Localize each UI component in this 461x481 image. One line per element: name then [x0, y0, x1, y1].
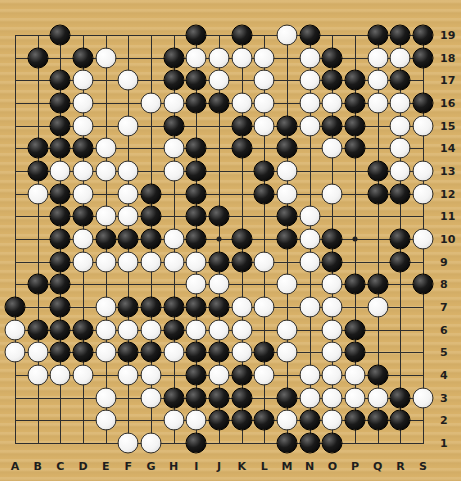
white-stone-D16[interactable]: [73, 93, 94, 114]
white-stone-R15[interactable]: [390, 115, 411, 136]
row-label-2: 2: [440, 414, 448, 427]
black-stone-Q13[interactable]: [367, 161, 388, 182]
white-stone-O4[interactable]: [322, 365, 343, 386]
white-stone-G1[interactable]: [141, 433, 162, 454]
white-stone-F13[interactable]: [118, 161, 139, 182]
black-stone-S18[interactable]: [413, 47, 434, 68]
black-stone-F7[interactable]: [118, 297, 139, 318]
white-stone-Q17[interactable]: [367, 70, 388, 91]
black-stone-C19[interactable]: [50, 25, 71, 46]
black-stone-C10[interactable]: [50, 229, 71, 250]
white-stone-F4[interactable]: [118, 365, 139, 386]
white-stone-N10[interactable]: [299, 229, 320, 250]
white-stone-L7[interactable]: [254, 297, 275, 318]
col-label-S: S: [419, 460, 427, 473]
black-stone-P16[interactable]: [345, 93, 366, 114]
black-stone-K2[interactable]: [231, 410, 252, 431]
black-stone-P6[interactable]: [345, 319, 366, 340]
col-label-C: C: [56, 460, 64, 473]
black-stone-Q4[interactable]: [367, 365, 388, 386]
black-stone-L5[interactable]: [254, 342, 275, 363]
white-stone-O14[interactable]: [322, 138, 343, 159]
black-stone-P14[interactable]: [345, 138, 366, 159]
row-label-10: 10: [440, 233, 455, 246]
white-stone-L18[interactable]: [254, 47, 275, 68]
white-stone-J17[interactable]: [209, 70, 230, 91]
white-stone-H14[interactable]: [163, 138, 184, 159]
black-stone-P8[interactable]: [345, 274, 366, 295]
black-stone-F10[interactable]: [118, 229, 139, 250]
white-stone-O3[interactable]: [322, 387, 343, 408]
white-stone-M19[interactable]: [277, 25, 298, 46]
white-stone-D9[interactable]: [73, 251, 94, 272]
row-label-14: 14: [440, 142, 455, 155]
white-stone-D4[interactable]: [73, 365, 94, 386]
white-stone-J8[interactable]: [209, 274, 230, 295]
white-stone-S10[interactable]: [413, 229, 434, 250]
white-stone-S13[interactable]: [413, 161, 434, 182]
col-label-M: M: [282, 460, 293, 473]
white-stone-N7[interactable]: [299, 297, 320, 318]
black-stone-H17[interactable]: [163, 70, 184, 91]
black-stone-L12[interactable]: [254, 183, 275, 204]
row-label-9: 9: [440, 255, 448, 268]
white-stone-N11[interactable]: [299, 206, 320, 227]
white-stone-A5[interactable]: [5, 342, 26, 363]
black-stone-K15[interactable]: [231, 115, 252, 136]
black-stone-L13[interactable]: [254, 161, 275, 182]
black-stone-G5[interactable]: [141, 342, 162, 363]
col-label-H: H: [169, 460, 178, 473]
white-stone-G4[interactable]: [141, 365, 162, 386]
black-stone-C11[interactable]: [50, 206, 71, 227]
white-stone-L16[interactable]: [254, 93, 275, 114]
white-stone-F6[interactable]: [118, 319, 139, 340]
white-stone-Q18[interactable]: [367, 47, 388, 68]
white-stone-F1[interactable]: [118, 433, 139, 454]
black-stone-K3[interactable]: [231, 387, 252, 408]
black-stone-P5[interactable]: [345, 342, 366, 363]
white-stone-A6[interactable]: [5, 319, 26, 340]
col-label-Q: Q: [373, 460, 382, 473]
black-stone-C6[interactable]: [50, 319, 71, 340]
black-stone-G7[interactable]: [141, 297, 162, 318]
white-stone-M6[interactable]: [277, 319, 298, 340]
black-stone-H3[interactable]: [163, 387, 184, 408]
white-stone-E13[interactable]: [95, 161, 116, 182]
black-stone-N19[interactable]: [299, 25, 320, 46]
white-stone-D10[interactable]: [73, 229, 94, 250]
star-point: [217, 237, 222, 242]
black-stone-R17[interactable]: [390, 70, 411, 91]
black-stone-N2[interactable]: [299, 410, 320, 431]
black-stone-C9[interactable]: [50, 251, 71, 272]
black-stone-Q19[interactable]: [367, 25, 388, 46]
black-stone-E10[interactable]: [95, 229, 116, 250]
white-stone-S15[interactable]: [413, 115, 434, 136]
col-label-F: F: [125, 460, 133, 473]
white-stone-H16[interactable]: [163, 93, 184, 114]
black-stone-I19[interactable]: [186, 25, 207, 46]
black-stone-S8[interactable]: [413, 274, 434, 295]
black-stone-O15[interactable]: [322, 115, 343, 136]
white-stone-E14[interactable]: [95, 138, 116, 159]
white-stone-H10[interactable]: [163, 229, 184, 250]
black-stone-S16[interactable]: [413, 93, 434, 114]
black-stone-D5[interactable]: [73, 342, 94, 363]
black-stone-I5[interactable]: [186, 342, 207, 363]
white-stone-R16[interactable]: [390, 93, 411, 114]
black-stone-O10[interactable]: [322, 229, 343, 250]
white-stone-I6[interactable]: [186, 319, 207, 340]
col-label-E: E: [102, 460, 110, 473]
white-stone-O5[interactable]: [322, 342, 343, 363]
black-stone-D14[interactable]: [73, 138, 94, 159]
black-stone-B14[interactable]: [27, 138, 48, 159]
white-stone-D12[interactable]: [73, 183, 94, 204]
row-label-13: 13: [440, 165, 455, 178]
white-stone-M8[interactable]: [277, 274, 298, 295]
white-stone-H13[interactable]: [163, 161, 184, 182]
white-stone-E6[interactable]: [95, 319, 116, 340]
black-stone-I3[interactable]: [186, 387, 207, 408]
white-stone-O16[interactable]: [322, 93, 343, 114]
row-label-5: 5: [440, 346, 448, 359]
white-stone-I2[interactable]: [186, 410, 207, 431]
white-stone-Q16[interactable]: [367, 93, 388, 114]
row-label-6: 6: [440, 323, 448, 336]
row-label-12: 12: [440, 187, 455, 200]
white-stone-O2[interactable]: [322, 410, 343, 431]
white-stone-N9[interactable]: [299, 251, 320, 272]
black-stone-I4[interactable]: [186, 365, 207, 386]
white-stone-R14[interactable]: [390, 138, 411, 159]
white-stone-N18[interactable]: [299, 47, 320, 68]
col-label-N: N: [305, 460, 314, 473]
white-stone-G3[interactable]: [141, 387, 162, 408]
black-stone-I10[interactable]: [186, 229, 207, 250]
black-stone-C16[interactable]: [50, 93, 71, 114]
white-stone-B4[interactable]: [27, 365, 48, 386]
black-stone-R10[interactable]: [390, 229, 411, 250]
grid-vline: [15, 35, 16, 444]
go-board[interactable]: ABCDEFGHIJKLMNOPQRS191817161514131211109…: [0, 0, 461, 481]
white-stone-N17[interactable]: [299, 70, 320, 91]
black-stone-R3[interactable]: [390, 387, 411, 408]
black-stone-I16[interactable]: [186, 93, 207, 114]
white-stone-E18[interactable]: [95, 47, 116, 68]
black-stone-H6[interactable]: [163, 319, 184, 340]
white-stone-J6[interactable]: [209, 319, 230, 340]
row-label-7: 7: [440, 301, 448, 314]
white-stone-N3[interactable]: [299, 387, 320, 408]
white-stone-Q3[interactable]: [367, 387, 388, 408]
black-stone-M1[interactable]: [277, 433, 298, 454]
black-stone-M14[interactable]: [277, 138, 298, 159]
col-label-K: K: [237, 460, 246, 473]
white-stone-F17[interactable]: [118, 70, 139, 91]
black-stone-I13[interactable]: [186, 161, 207, 182]
black-stone-H15[interactable]: [163, 115, 184, 136]
white-stone-K18[interactable]: [231, 47, 252, 68]
white-stone-O12[interactable]: [322, 183, 343, 204]
col-label-O: O: [328, 460, 337, 473]
white-stone-S3[interactable]: [413, 387, 434, 408]
white-stone-J4[interactable]: [209, 365, 230, 386]
black-stone-M15[interactable]: [277, 115, 298, 136]
col-label-G: G: [147, 460, 156, 473]
white-stone-J18[interactable]: [209, 47, 230, 68]
row-label-17: 17: [440, 74, 455, 87]
black-stone-B13[interactable]: [27, 161, 48, 182]
white-stone-M2[interactable]: [277, 410, 298, 431]
white-stone-K7[interactable]: [231, 297, 252, 318]
white-stone-C13[interactable]: [50, 161, 71, 182]
black-stone-R9[interactable]: [390, 251, 411, 272]
black-stone-J7[interactable]: [209, 297, 230, 318]
white-stone-F9[interactable]: [118, 251, 139, 272]
white-stone-M13[interactable]: [277, 161, 298, 182]
row-label-8: 8: [440, 278, 448, 291]
black-stone-I12[interactable]: [186, 183, 207, 204]
black-stone-I7[interactable]: [186, 297, 207, 318]
black-stone-H7[interactable]: [163, 297, 184, 318]
black-stone-M10[interactable]: [277, 229, 298, 250]
black-stone-O9[interactable]: [322, 251, 343, 272]
black-stone-D18[interactable]: [73, 47, 94, 68]
white-stone-E2[interactable]: [95, 410, 116, 431]
black-stone-P2[interactable]: [345, 410, 366, 431]
black-stone-G12[interactable]: [141, 183, 162, 204]
black-stone-K14[interactable]: [231, 138, 252, 159]
black-stone-S19[interactable]: [413, 25, 434, 46]
black-stone-P17[interactable]: [345, 70, 366, 91]
white-stone-M5[interactable]: [277, 342, 298, 363]
black-stone-C7[interactable]: [50, 297, 71, 318]
black-stone-M11[interactable]: [277, 206, 298, 227]
black-stone-F5[interactable]: [118, 342, 139, 363]
black-stone-J9[interactable]: [209, 251, 230, 272]
col-label-P: P: [351, 460, 359, 473]
white-stone-F12[interactable]: [118, 183, 139, 204]
black-stone-O18[interactable]: [322, 47, 343, 68]
black-stone-Q8[interactable]: [367, 274, 388, 295]
black-stone-C15[interactable]: [50, 115, 71, 136]
black-stone-K9[interactable]: [231, 251, 252, 272]
white-stone-B12[interactable]: [27, 183, 48, 204]
col-label-J: J: [217, 460, 221, 473]
black-stone-I17[interactable]: [186, 70, 207, 91]
white-stone-H2[interactable]: [163, 410, 184, 431]
white-stone-E11[interactable]: [95, 206, 116, 227]
black-stone-C14[interactable]: [50, 138, 71, 159]
black-stone-G11[interactable]: [141, 206, 162, 227]
black-stone-D6[interactable]: [73, 319, 94, 340]
white-stone-O6[interactable]: [322, 319, 343, 340]
white-stone-E9[interactable]: [95, 251, 116, 272]
row-label-15: 15: [440, 119, 455, 132]
white-stone-N4[interactable]: [299, 365, 320, 386]
black-stone-M3[interactable]: [277, 387, 298, 408]
white-stone-E7[interactable]: [95, 297, 116, 318]
black-stone-R2[interactable]: [390, 410, 411, 431]
white-stone-G6[interactable]: [141, 319, 162, 340]
white-stone-L15[interactable]: [254, 115, 275, 136]
white-stone-O8[interactable]: [322, 274, 343, 295]
black-stone-Q12[interactable]: [367, 183, 388, 204]
white-stone-I18[interactable]: [186, 47, 207, 68]
black-stone-I14[interactable]: [186, 138, 207, 159]
black-stone-R12[interactable]: [390, 183, 411, 204]
row-label-18: 18: [440, 51, 455, 64]
col-label-B: B: [33, 460, 41, 473]
row-label-4: 4: [440, 369, 448, 382]
black-stone-J2[interactable]: [209, 410, 230, 431]
black-stone-K4[interactable]: [231, 365, 252, 386]
white-stone-N16[interactable]: [299, 93, 320, 114]
black-stone-J16[interactable]: [209, 93, 230, 114]
black-stone-B6[interactable]: [27, 319, 48, 340]
row-label-19: 19: [440, 29, 455, 42]
white-stone-K6[interactable]: [231, 319, 252, 340]
black-stone-B18[interactable]: [27, 47, 48, 68]
white-stone-P4[interactable]: [345, 365, 366, 386]
white-stone-P3[interactable]: [345, 387, 366, 408]
black-stone-O1[interactable]: [322, 433, 343, 454]
black-stone-J3[interactable]: [209, 387, 230, 408]
black-stone-C5[interactable]: [50, 342, 71, 363]
white-stone-R18[interactable]: [390, 47, 411, 68]
black-stone-N1[interactable]: [299, 433, 320, 454]
row-label-16: 16: [440, 97, 455, 110]
white-stone-H5[interactable]: [163, 342, 184, 363]
white-stone-N15[interactable]: [299, 115, 320, 136]
black-stone-I11[interactable]: [186, 206, 207, 227]
black-stone-A7[interactable]: [5, 297, 26, 318]
white-stone-I9[interactable]: [186, 251, 207, 272]
white-stone-K16[interactable]: [231, 93, 252, 114]
white-stone-K5[interactable]: [231, 342, 252, 363]
white-stone-O7[interactable]: [322, 297, 343, 318]
col-label-I: I: [194, 460, 198, 473]
white-stone-I8[interactable]: [186, 274, 207, 295]
black-stone-Q2[interactable]: [367, 410, 388, 431]
black-stone-D11[interactable]: [73, 206, 94, 227]
white-stone-L9[interactable]: [254, 251, 275, 272]
black-stone-L2[interactable]: [254, 410, 275, 431]
white-stone-L17[interactable]: [254, 70, 275, 91]
black-stone-K19[interactable]: [231, 25, 252, 46]
white-stone-L4[interactable]: [254, 365, 275, 386]
black-stone-I1[interactable]: [186, 433, 207, 454]
black-stone-H18[interactable]: [163, 47, 184, 68]
white-stone-E5[interactable]: [95, 342, 116, 363]
black-stone-J11[interactable]: [209, 206, 230, 227]
white-stone-D13[interactable]: [73, 161, 94, 182]
black-stone-C17[interactable]: [50, 70, 71, 91]
black-stone-B8[interactable]: [27, 274, 48, 295]
row-label-11: 11: [440, 210, 455, 223]
star-point: [353, 237, 358, 242]
black-stone-P15[interactable]: [345, 115, 366, 136]
black-stone-C8[interactable]: [50, 274, 71, 295]
col-label-A: A: [11, 460, 20, 473]
col-label-L: L: [261, 460, 268, 473]
row-label-1: 1: [440, 437, 448, 450]
white-stone-G16[interactable]: [141, 93, 162, 114]
white-stone-F15[interactable]: [118, 115, 139, 136]
black-stone-O17[interactable]: [322, 70, 343, 91]
white-stone-G9[interactable]: [141, 251, 162, 272]
white-stone-R13[interactable]: [390, 161, 411, 182]
white-stone-S12[interactable]: [413, 183, 434, 204]
black-stone-C12[interactable]: [50, 183, 71, 204]
white-stone-D15[interactable]: [73, 115, 94, 136]
white-stone-M12[interactable]: [277, 183, 298, 204]
black-stone-G10[interactable]: [141, 229, 162, 250]
white-stone-D17[interactable]: [73, 70, 94, 91]
row-label-3: 3: [440, 391, 448, 404]
white-stone-E3[interactable]: [95, 387, 116, 408]
black-stone-R19[interactable]: [390, 25, 411, 46]
white-stone-Q7[interactable]: [367, 297, 388, 318]
black-stone-J5[interactable]: [209, 342, 230, 363]
white-stone-B5[interactable]: [27, 342, 48, 363]
white-stone-C4[interactable]: [50, 365, 71, 386]
white-stone-F11[interactable]: [118, 206, 139, 227]
black-stone-K10[interactable]: [231, 229, 252, 250]
white-stone-H9[interactable]: [163, 251, 184, 272]
col-label-D: D: [78, 460, 87, 473]
col-label-R: R: [396, 460, 404, 473]
